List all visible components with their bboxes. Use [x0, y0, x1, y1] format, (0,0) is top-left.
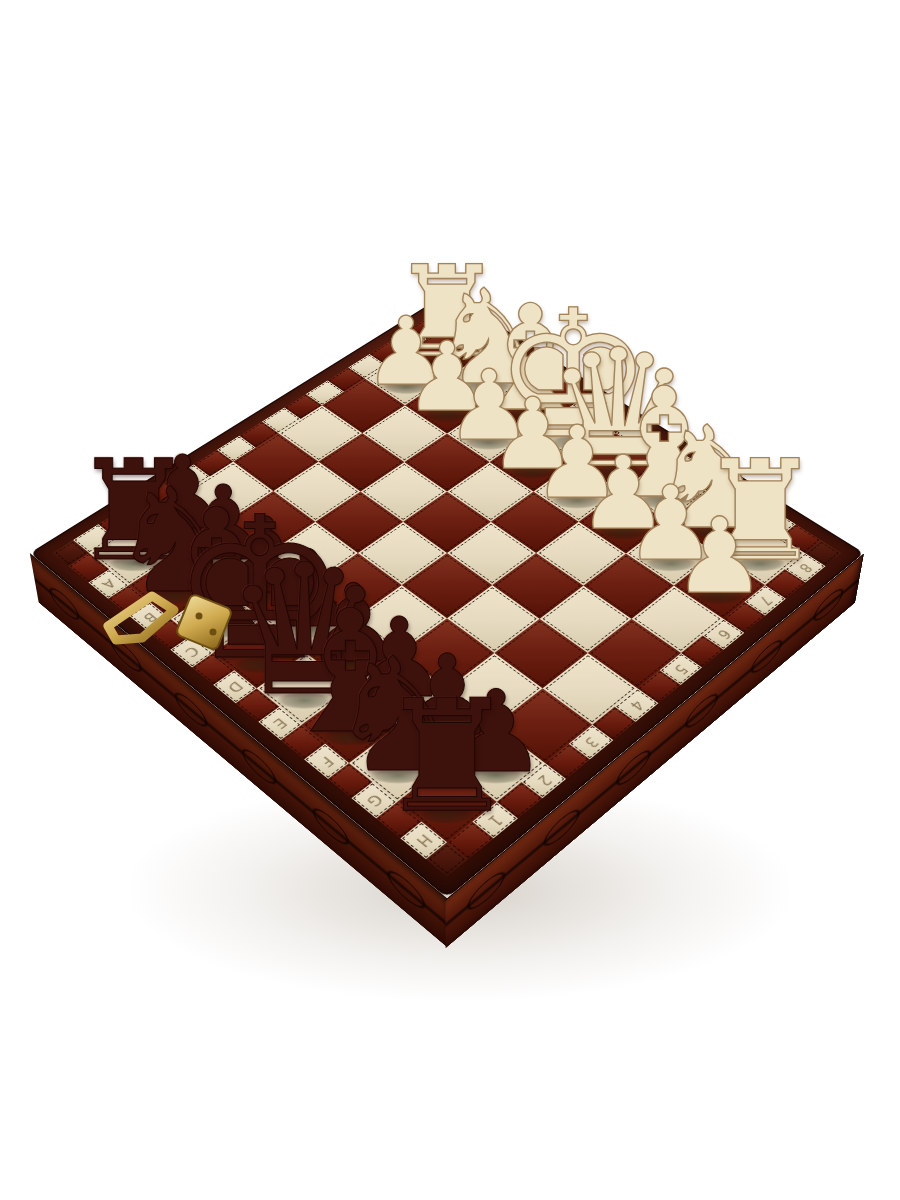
latch-screw [196, 613, 203, 620]
border-cell [497, 782, 542, 818]
coordinate-label: E [270, 715, 291, 731]
coordinate-label: F [316, 753, 336, 769]
square-h4[interactable] [542, 653, 637, 725]
latch-screw [210, 629, 217, 636]
square-g2[interactable] [399, 688, 496, 762]
product-photo: 87654321 ABCDEFGH ♜♞♝♚♛♝♞♜♟♟♟♟♟♟♟♟♟♟♟♟♟♟… [0, 0, 900, 1200]
file-label-E: E [258, 706, 302, 740]
border-cell [281, 725, 325, 759]
rank-label-4: 4 [615, 688, 658, 721]
coordinate-label: 7 [755, 593, 776, 607]
border-cell [376, 802, 422, 839]
latch-hook [108, 596, 174, 640]
coordinate-label: G [363, 791, 386, 810]
rank-label-7: 7 [744, 585, 785, 615]
rank-label-2: 2 [521, 763, 566, 799]
border-cell [765, 569, 806, 599]
square-g4[interactable] [494, 619, 588, 689]
coordinate-label: H [412, 831, 435, 850]
file-label-H: H [401, 822, 447, 859]
square-h7[interactable] [674, 553, 765, 619]
square-e4[interactable] [402, 553, 493, 619]
square-f1[interactable] [302, 688, 399, 762]
file-label-F: F [304, 744, 349, 779]
rank-label-5: 5 [659, 653, 702, 685]
coordinate-label: 5 [670, 661, 691, 676]
square-f2[interactable] [352, 653, 447, 725]
coordinate-label: 3 [580, 734, 602, 750]
square-h2[interactable] [447, 725, 545, 802]
square-g5[interactable] [539, 585, 631, 653]
coordinate-label: 4 [626, 697, 647, 713]
border-cell [592, 706, 636, 740]
border-cell [724, 602, 766, 633]
square-f3[interactable] [400, 619, 494, 689]
square-d2[interactable] [263, 585, 355, 653]
square-g3[interactable] [447, 653, 542, 725]
border-cell [447, 822, 493, 859]
square-h3[interactable] [495, 688, 592, 762]
square-f4[interactable] [447, 585, 539, 653]
border-cell [545, 744, 590, 779]
latch-plate [175, 593, 232, 650]
file-label-G: G [352, 782, 397, 818]
square-d3[interactable] [311, 553, 402, 619]
rank-label-1: 1 [472, 802, 518, 839]
coordinate-label: 6 [713, 627, 734, 642]
square-e3[interactable] [355, 585, 447, 653]
file-label-D: D [214, 670, 257, 703]
border-cell [637, 670, 680, 703]
rank-label-8: 8 [785, 553, 826, 582]
border-cell [681, 636, 723, 668]
rank-label-3: 3 [569, 725, 613, 759]
square-g6[interactable] [583, 553, 674, 619]
square-e2[interactable] [306, 619, 400, 689]
border-cell [236, 688, 279, 721]
square-f5[interactable] [492, 553, 583, 619]
coordinate-label: 1 [484, 811, 506, 829]
border-corner-h1 [426, 842, 468, 876]
square-g1[interactable] [349, 725, 447, 802]
coordinate-label: 8 [795, 561, 815, 575]
border-cell [328, 763, 373, 799]
rank-label-6: 6 [703, 619, 745, 650]
square-e1[interactable] [257, 653, 352, 725]
brass-latch [96, 574, 256, 674]
square-h1[interactable] [397, 763, 497, 843]
rank-labels-strip: 87654321 [447, 553, 826, 859]
square-h5[interactable] [588, 619, 682, 689]
coordinate-label: D [224, 678, 246, 695]
coordinate-label: 2 [533, 772, 555, 789]
square-h6[interactable] [631, 585, 723, 653]
